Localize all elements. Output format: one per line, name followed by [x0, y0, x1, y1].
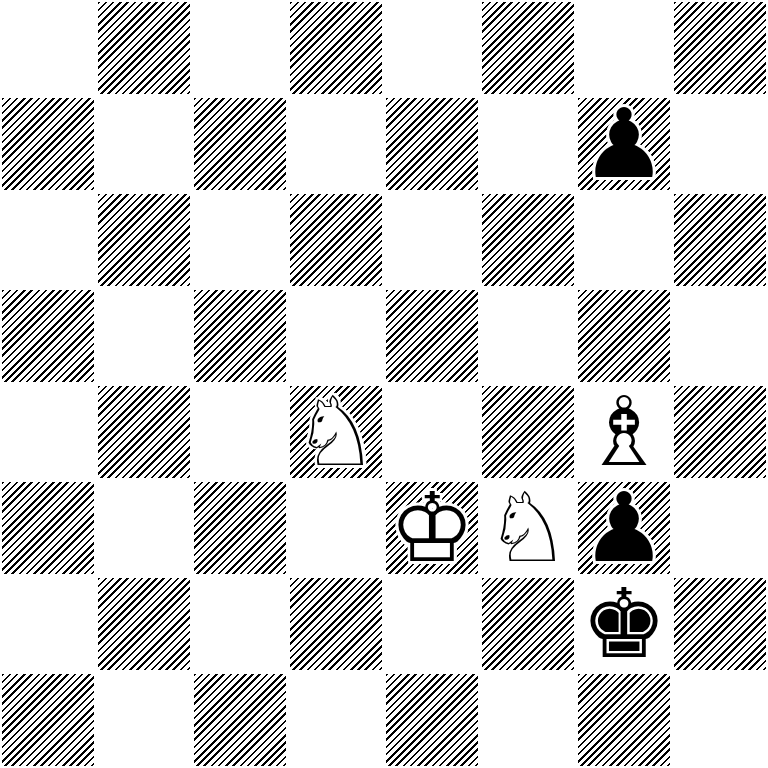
black-pawn-glyph: ♟ — [576, 96, 672, 192]
square-c2[interactable] — [192, 576, 288, 672]
square-d4[interactable]: ♞♘ — [288, 384, 384, 480]
square-e8[interactable] — [384, 0, 480, 96]
square-g4[interactable]: ♝♗ — [576, 384, 672, 480]
square-d7[interactable] — [288, 96, 384, 192]
white-bishop-glyph: ♗ — [576, 384, 672, 480]
square-c3[interactable] — [192, 480, 288, 576]
square-b3[interactable] — [96, 480, 192, 576]
square-b2[interactable] — [96, 576, 192, 672]
square-b7[interactable] — [96, 96, 192, 192]
square-c8[interactable] — [192, 0, 288, 96]
square-e7[interactable] — [384, 96, 480, 192]
square-e3[interactable]: ♚♔ — [384, 480, 480, 576]
square-f7[interactable] — [480, 96, 576, 192]
square-f4[interactable] — [480, 384, 576, 480]
square-h7[interactable] — [672, 96, 768, 192]
square-e4[interactable] — [384, 384, 480, 480]
square-h2[interactable] — [672, 576, 768, 672]
square-c7[interactable] — [192, 96, 288, 192]
square-e5[interactable] — [384, 288, 480, 384]
square-a6[interactable] — [0, 192, 96, 288]
square-g6[interactable] — [576, 192, 672, 288]
square-e1[interactable] — [384, 672, 480, 768]
square-g7[interactable]: ♟♟ — [576, 96, 672, 192]
square-h5[interactable] — [672, 288, 768, 384]
square-g2[interactable]: ♚♚ — [576, 576, 672, 672]
white-knight-glyph: ♘ — [288, 384, 384, 480]
chess-board: ♟♟♞♘♝♗♚♔♞♘♟♟♚♚ — [0, 0, 768, 768]
square-f2[interactable] — [480, 576, 576, 672]
square-c4[interactable] — [192, 384, 288, 480]
square-a5[interactable] — [0, 288, 96, 384]
piece-white-knight[interactable]: ♞♘ — [288, 384, 384, 480]
square-a7[interactable] — [0, 96, 96, 192]
piece-white-king[interactable]: ♚♔ — [384, 480, 480, 576]
square-d8[interactable] — [288, 0, 384, 96]
square-g1[interactable] — [576, 672, 672, 768]
square-h8[interactable] — [672, 0, 768, 96]
square-a2[interactable] — [0, 576, 96, 672]
square-d5[interactable] — [288, 288, 384, 384]
square-h6[interactable] — [672, 192, 768, 288]
square-g3[interactable]: ♟♟ — [576, 480, 672, 576]
square-e2[interactable] — [384, 576, 480, 672]
square-f6[interactable] — [480, 192, 576, 288]
square-b5[interactable] — [96, 288, 192, 384]
square-e6[interactable] — [384, 192, 480, 288]
square-a1[interactable] — [0, 672, 96, 768]
square-b4[interactable] — [96, 384, 192, 480]
square-c5[interactable] — [192, 288, 288, 384]
square-b6[interactable] — [96, 192, 192, 288]
piece-black-king[interactable]: ♚♚ — [576, 576, 672, 672]
square-b1[interactable] — [96, 672, 192, 768]
square-a8[interactable] — [0, 0, 96, 96]
square-f1[interactable] — [480, 672, 576, 768]
square-c1[interactable] — [192, 672, 288, 768]
square-f3[interactable]: ♞♘ — [480, 480, 576, 576]
square-d1[interactable] — [288, 672, 384, 768]
square-a4[interactable] — [0, 384, 96, 480]
square-d3[interactable] — [288, 480, 384, 576]
square-c6[interactable] — [192, 192, 288, 288]
black-king-glyph: ♚ — [576, 576, 672, 672]
square-f5[interactable] — [480, 288, 576, 384]
square-a3[interactable] — [0, 480, 96, 576]
white-king-glyph: ♔ — [384, 480, 480, 576]
square-h4[interactable] — [672, 384, 768, 480]
square-g8[interactable] — [576, 0, 672, 96]
square-g5[interactable] — [576, 288, 672, 384]
square-d6[interactable] — [288, 192, 384, 288]
black-pawn-glyph: ♟ — [576, 480, 672, 576]
piece-black-pawn[interactable]: ♟♟ — [576, 96, 672, 192]
square-h1[interactable] — [672, 672, 768, 768]
square-d2[interactable] — [288, 576, 384, 672]
square-h3[interactable] — [672, 480, 768, 576]
piece-white-knight[interactable]: ♞♘ — [480, 480, 576, 576]
piece-white-bishop[interactable]: ♝♗ — [576, 384, 672, 480]
square-b8[interactable] — [96, 0, 192, 96]
piece-black-pawn[interactable]: ♟♟ — [576, 480, 672, 576]
square-f8[interactable] — [480, 0, 576, 96]
white-knight-glyph: ♘ — [480, 480, 576, 576]
